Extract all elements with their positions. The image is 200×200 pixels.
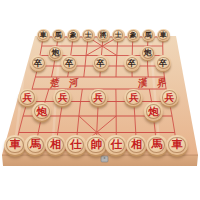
piece-character: 象 xyxy=(70,31,77,38)
piece-character: 炮 xyxy=(144,49,152,57)
piece-character: 馬 xyxy=(55,31,62,38)
board-front-edge xyxy=(2,155,198,166)
piece-character: 帥 xyxy=(90,139,101,150)
piece-character: 士 xyxy=(85,31,92,38)
piece-character: 車 xyxy=(40,31,47,38)
piece-character: 仕 xyxy=(70,139,81,150)
piece-black-p[interactable]: 卒 xyxy=(61,55,77,70)
piece-black-p[interactable]: 卒 xyxy=(93,55,109,70)
piece-character: 炮 xyxy=(51,49,59,57)
piece-character: 車 xyxy=(160,31,167,38)
piece-black-a[interactable]: 士 xyxy=(82,29,95,41)
piece-red-P[interactable]: 兵 xyxy=(89,89,108,107)
piece-black-b[interactable]: 象 xyxy=(67,29,80,41)
piece-black-n[interactable]: 馬 xyxy=(52,29,65,41)
piece-black-c[interactable]: 炮 xyxy=(48,46,63,60)
piece-red-R[interactable]: 車 xyxy=(166,135,188,156)
piece-black-r[interactable]: 車 xyxy=(157,29,170,41)
piece-black-b[interactable]: 象 xyxy=(127,29,140,41)
piece-character: 炮 xyxy=(148,106,158,116)
piece-character: 士 xyxy=(115,31,122,38)
piece-character: 仕 xyxy=(111,139,122,150)
piece-black-r[interactable]: 車 xyxy=(37,29,50,41)
piece-character: 馬 xyxy=(30,139,41,150)
piece-black-c[interactable]: 炮 xyxy=(140,46,155,60)
photo-stage: 楚河漢界 車馬象士將士象馬車炮炮卒卒卒卒卒兵兵兵兵兵炮炮車馬相仕帥仕相馬車 xyxy=(0,0,200,200)
piece-character: 兵 xyxy=(22,92,32,102)
piece-red-R[interactable]: 車 xyxy=(4,135,26,156)
piece-black-p[interactable]: 卒 xyxy=(124,55,140,70)
piece-character: 相 xyxy=(131,139,142,150)
piece-character: 卒 xyxy=(128,59,136,67)
piece-character: 兵 xyxy=(164,92,174,102)
piece-character: 象 xyxy=(130,31,137,38)
piece-character: 兵 xyxy=(93,92,103,102)
clasp-pin-icon xyxy=(104,157,106,159)
piece-black-n[interactable]: 馬 xyxy=(142,29,155,41)
piece-character: 卒 xyxy=(65,59,73,67)
piece-character: 卒 xyxy=(97,59,105,67)
piece-character: 相 xyxy=(50,139,61,150)
piece-black-p[interactable]: 卒 xyxy=(30,55,46,70)
piece-black-a[interactable]: 士 xyxy=(112,29,125,41)
piece-red-P[interactable]: 兵 xyxy=(160,89,179,107)
piece-red-N[interactable]: 馬 xyxy=(146,135,168,156)
piece-character: 兵 xyxy=(129,92,139,102)
piece-character: 馬 xyxy=(151,139,162,150)
piece-red-A[interactable]: 仕 xyxy=(65,135,87,156)
piece-red-C[interactable]: 炮 xyxy=(144,102,164,121)
piece-character: 卒 xyxy=(34,59,42,67)
piece-character: 將 xyxy=(100,31,107,38)
piece-character: 車 xyxy=(9,139,20,150)
piece-character: 兵 xyxy=(58,92,68,102)
piece-black-p[interactable]: 卒 xyxy=(155,55,171,70)
piece-character: 車 xyxy=(171,139,182,150)
piece-character: 馬 xyxy=(145,31,152,38)
piece-black-k[interactable]: 將 xyxy=(97,29,110,41)
piece-character: 炮 xyxy=(37,106,47,116)
piece-red-K[interactable]: 帥 xyxy=(85,135,107,156)
piece-character: 卒 xyxy=(159,59,167,67)
